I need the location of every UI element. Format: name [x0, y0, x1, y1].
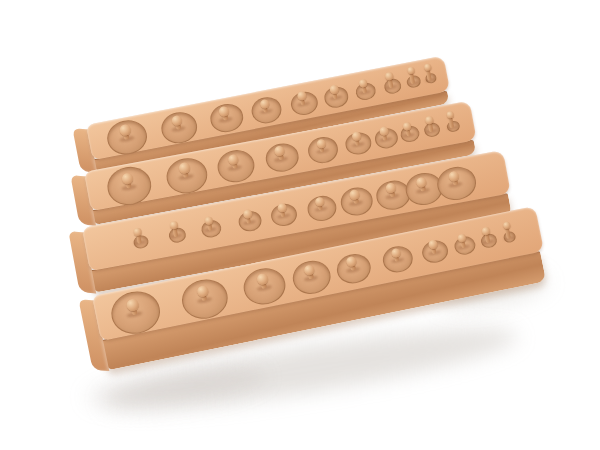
montessori-cylinder-blocks-photo — [0, 0, 600, 450]
cylinder-block-2-cylinder-10-knob — [446, 111, 454, 119]
cylinder-block-1-cylinder-9-knob — [406, 66, 414, 74]
cylinder-block-1-cylinder-10-knob — [423, 63, 431, 71]
cylinder-block-1-cylinder-9-knob-stem — [409, 73, 415, 85]
cylinder-block-4-cylinder-10-knob — [502, 221, 510, 229]
cylinder-block-2-cylinder-10-knob-stem — [448, 117, 454, 129]
cylinder-block-1-cylinder-10-knob-stem — [426, 69, 432, 81]
cylinder-block-4-cylinder-10-knob-stem — [505, 228, 511, 240]
